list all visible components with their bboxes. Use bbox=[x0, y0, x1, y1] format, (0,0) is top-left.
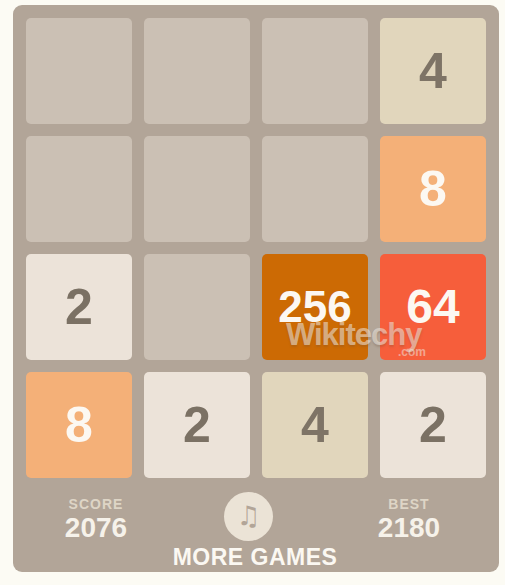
tile-2: 2 bbox=[26, 254, 132, 360]
tile-4: 4 bbox=[380, 18, 486, 124]
best-panel: BEST 2180 bbox=[344, 497, 474, 545]
game-board[interactable]: 482256648242 Wikitechy .com SCORE 2076 ♫… bbox=[13, 5, 499, 572]
empty-cell bbox=[26, 136, 132, 242]
empty-cell bbox=[144, 254, 250, 360]
best-label: BEST bbox=[388, 497, 429, 512]
tile-2: 2 bbox=[380, 372, 486, 478]
empty-cell bbox=[144, 136, 250, 242]
best-value: 2180 bbox=[378, 512, 440, 544]
empty-cell bbox=[262, 18, 368, 124]
tile-256: 256 bbox=[262, 254, 368, 360]
more-games-button[interactable]: ♫ bbox=[224, 492, 273, 541]
tile-grid: 482256648242 bbox=[26, 18, 486, 478]
music-note-icon: ♫ bbox=[236, 502, 260, 529]
tile-64: 64 bbox=[380, 254, 486, 360]
score-value: 2076 bbox=[65, 512, 127, 544]
empty-cell bbox=[262, 136, 368, 242]
empty-cell bbox=[144, 18, 250, 124]
tile-8: 8 bbox=[380, 136, 486, 242]
more-games-label[interactable]: MORE GAMES bbox=[145, 544, 365, 571]
empty-cell bbox=[26, 18, 132, 124]
tile-8: 8 bbox=[26, 372, 132, 478]
score-label: SCORE bbox=[69, 497, 124, 512]
tile-2: 2 bbox=[144, 372, 250, 478]
score-panel: SCORE 2076 bbox=[31, 497, 161, 545]
tile-4: 4 bbox=[262, 372, 368, 478]
